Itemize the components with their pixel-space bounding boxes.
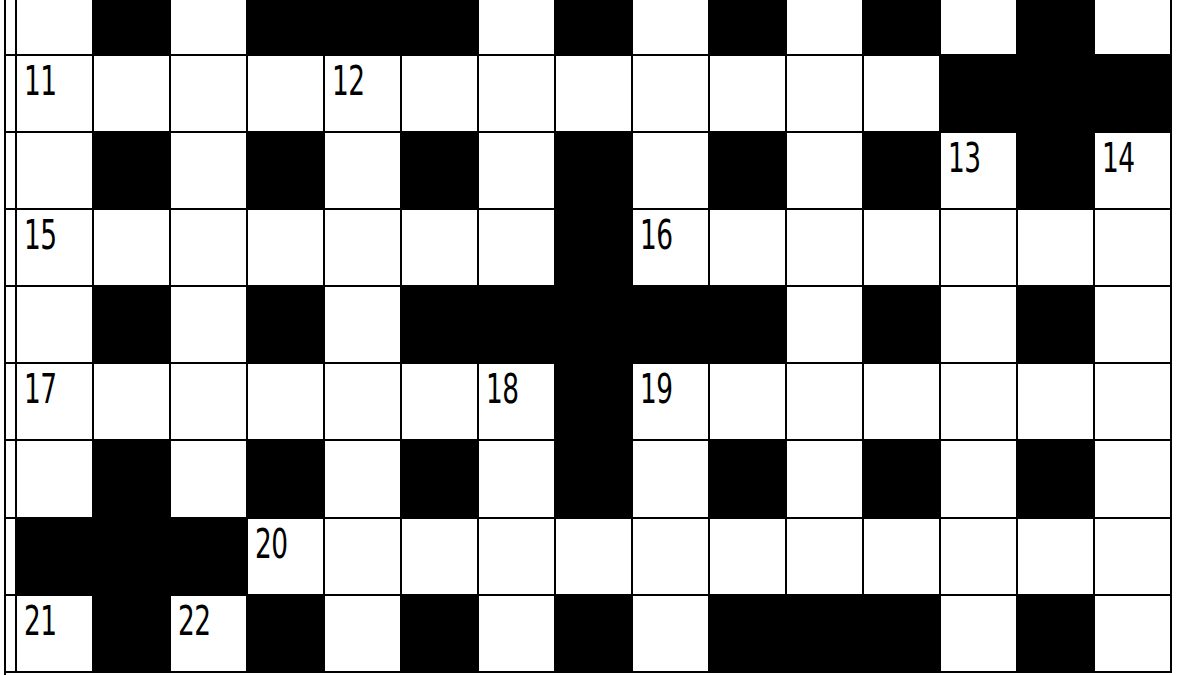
cell-r3c12-black (864, 133, 939, 208)
cell-r4c10-white[interactable] (710, 210, 785, 285)
cell-r2c10-white[interactable] (710, 56, 785, 131)
cell-r1c8-black (556, 0, 631, 54)
cell-r9c1-white[interactable]: 21 (17, 596, 92, 671)
cell-r2c11-white[interactable] (787, 56, 862, 131)
cell-r5c6-black (402, 287, 477, 362)
clue-number-15: 15 (24, 215, 56, 255)
cell-r4c14-white[interactable] (1018, 210, 1093, 285)
cell-r1c5-black (325, 0, 400, 54)
cell-r6c14-white[interactable] (1018, 364, 1093, 439)
clue-number-22: 22 (178, 601, 210, 641)
cell-r6c4-white[interactable] (248, 364, 323, 439)
cell-r9c14-black (1018, 596, 1093, 671)
cell-r8c2-black (94, 519, 169, 594)
cell-r2c4-white[interactable] (248, 56, 323, 131)
cell-r7c11-white[interactable] (787, 441, 862, 516)
clue-number-16: 16 (640, 215, 672, 255)
cell-r9c9-white[interactable] (633, 596, 708, 671)
cell-r2c9-white[interactable] (633, 56, 708, 131)
cell-r9c7-white[interactable] (479, 596, 554, 671)
cell-r7c2-black (94, 441, 169, 516)
cell-r6c13-white[interactable] (941, 364, 1016, 439)
clue-number-20: 20 (255, 524, 287, 564)
cell-r2c2-white[interactable] (94, 56, 169, 131)
cell-r8c10-white[interactable] (710, 519, 785, 594)
cell-r3c4-black (248, 133, 323, 208)
cell-r8c5-white[interactable] (325, 519, 400, 594)
cell-r5c2-black (94, 287, 169, 362)
cell-r6c10-white[interactable] (710, 364, 785, 439)
cell-r1c6-black (402, 0, 477, 54)
cell-r4c15-white[interactable] (1095, 210, 1170, 285)
cell-r4c4-white[interactable] (248, 210, 323, 285)
cell-r1c4-black (248, 0, 323, 54)
cell-r9c15-white[interactable] (1095, 596, 1170, 671)
cell-r9c6-black (402, 596, 477, 671)
cell-r1c15-white[interactable] (1095, 0, 1170, 54)
cell-r8c7-white[interactable] (479, 519, 554, 594)
cell-r5c1-white[interactable] (17, 287, 92, 362)
cell-r8c6-white[interactable] (402, 519, 477, 594)
cell-r9c13-white[interactable] (941, 596, 1016, 671)
cell-r2c3-white[interactable] (171, 56, 246, 131)
cell-r4c12-white[interactable] (864, 210, 939, 285)
cell-r1c14-black (1018, 0, 1093, 54)
cell-r8c12-white[interactable] (864, 519, 939, 594)
cell-r3c3-white[interactable] (171, 133, 246, 208)
cell-r9c10-black (710, 596, 785, 671)
clue-number-17: 17 (24, 369, 56, 409)
cell-r3c2-black (94, 133, 169, 208)
cell-r7c3-white[interactable] (171, 441, 246, 516)
cell-r5c14-black (1018, 287, 1093, 362)
cell-r4c8-black (556, 210, 631, 285)
cell-r6c3-white[interactable] (171, 364, 246, 439)
cell-r5c12-black (864, 287, 939, 362)
cell-r5c10-black (710, 287, 785, 362)
cell-r2c15-black (1095, 56, 1170, 131)
left-frame-line (4, 0, 6, 675)
cell-r9c5-white[interactable] (325, 596, 400, 671)
cell-r7c7-white[interactable] (479, 441, 554, 516)
clue-number-14: 14 (1102, 138, 1134, 178)
cell-r2c7-white[interactable] (479, 56, 554, 131)
clue-number-12: 12 (332, 61, 364, 101)
cell-r7c1-white[interactable] (17, 441, 92, 516)
cell-r3c5-white[interactable] (325, 133, 400, 208)
cell-r9c11-black (787, 596, 862, 671)
cell-r9c2-black (94, 596, 169, 671)
cell-r6c9-white[interactable]: 19 (633, 364, 708, 439)
cell-r1c3-white[interactable] (171, 0, 246, 54)
cell-r8c9-white[interactable] (633, 519, 708, 594)
cell-r7c14-black (1018, 441, 1093, 516)
cell-r2c12-white[interactable] (864, 56, 939, 131)
cell-r9c3-white[interactable]: 22 (171, 596, 246, 671)
cell-r2c5-white[interactable]: 12 (325, 56, 400, 131)
cell-r5c7-black (479, 287, 554, 362)
cell-r3c15-white[interactable]: 14 (1095, 133, 1170, 208)
cell-r7c4-black (248, 441, 323, 516)
cell-r1c12-black (864, 0, 939, 54)
cell-r3c7-white[interactable] (479, 133, 554, 208)
cell-r7c10-black (710, 441, 785, 516)
cell-r6c6-white[interactable] (402, 364, 477, 439)
cell-r1c2-black (94, 0, 169, 54)
cell-r8c3-black (171, 519, 246, 594)
cell-r7c9-white[interactable] (633, 441, 708, 516)
cell-r3c1-white[interactable] (17, 133, 92, 208)
cell-r2c6-white[interactable] (402, 56, 477, 131)
cell-r2c8-white[interactable] (556, 56, 631, 131)
cell-r3c14-black (1018, 133, 1093, 208)
cell-r3c6-black (402, 133, 477, 208)
cell-r4c3-white[interactable] (171, 210, 246, 285)
cell-r8c1-black (17, 519, 92, 594)
cell-r2c14-black (1018, 56, 1093, 131)
cell-r3c8-black (556, 133, 631, 208)
clue-number-18: 18 (486, 369, 518, 409)
clue-number-11: 11 (24, 61, 56, 101)
cell-r5c5-white[interactable] (325, 287, 400, 362)
cell-r2c1-white[interactable]: 11 (17, 56, 92, 131)
cell-r6c8-black (556, 364, 631, 439)
clue-number-21: 21 (24, 601, 56, 641)
cell-r5c4-black (248, 287, 323, 362)
cell-r3c10-black (710, 133, 785, 208)
cell-r1c10-black (710, 0, 785, 54)
cell-r5c8-black (556, 287, 631, 362)
cell-r8c4-white[interactable]: 20 (248, 519, 323, 594)
cell-r3c9-white[interactable] (633, 133, 708, 208)
cell-r2c13-black (941, 56, 1016, 131)
cell-r4c1-white[interactable]: 15 (17, 210, 92, 285)
cell-r6c12-white[interactable] (864, 364, 939, 439)
cell-r9c8-black (556, 596, 631, 671)
cell-r5c3-white[interactable] (171, 287, 246, 362)
cell-r1c9-white[interactable] (633, 0, 708, 54)
cell-r8c8-white[interactable] (556, 519, 631, 594)
cell-r6c15-white[interactable] (1095, 364, 1170, 439)
cell-r7c6-black (402, 441, 477, 516)
cell-r1c1-white[interactable] (17, 0, 92, 54)
cell-r7c13-white[interactable] (941, 441, 1016, 516)
cell-r7c8-black (556, 441, 631, 516)
cell-r8c15-white[interactable] (1095, 519, 1170, 594)
cell-r4c11-white[interactable] (787, 210, 862, 285)
cell-r9c12-black (864, 596, 939, 671)
crossword-canvas: 111213141516171819202122 (0, 0, 1200, 675)
cell-r9c4-black (248, 596, 323, 671)
cell-r4c7-white[interactable] (479, 210, 554, 285)
cell-r1c13-white[interactable] (941, 0, 1016, 54)
cell-r5c15-white[interactable] (1095, 287, 1170, 362)
cell-r5c11-white[interactable] (787, 287, 862, 362)
crossword-grid: 111213141516171819202122 (15, 0, 1172, 673)
cell-r4c5-white[interactable] (325, 210, 400, 285)
cell-r7c5-white[interactable] (325, 441, 400, 516)
cell-r7c12-black (864, 441, 939, 516)
cell-r7c15-white[interactable] (1095, 441, 1170, 516)
cell-r4c9-white[interactable]: 16 (633, 210, 708, 285)
cell-r8c13-white[interactable] (941, 519, 1016, 594)
cell-r3c11-white[interactable] (787, 133, 862, 208)
cell-r6c2-white[interactable] (94, 364, 169, 439)
cell-r4c2-white[interactable] (94, 210, 169, 285)
cell-r8c14-white[interactable] (1018, 519, 1093, 594)
clue-number-19: 19 (640, 369, 672, 409)
cell-r6c11-white[interactable] (787, 364, 862, 439)
cell-r5c9-black (633, 287, 708, 362)
cell-r4c6-white[interactable] (402, 210, 477, 285)
cell-r4c13-white[interactable] (941, 210, 1016, 285)
cell-r6c5-white[interactable] (325, 364, 400, 439)
cell-r5c13-white[interactable] (941, 287, 1016, 362)
cell-r8c11-white[interactable] (787, 519, 862, 594)
cell-r1c11-white[interactable] (787, 0, 862, 54)
cell-r6c7-white[interactable]: 18 (479, 364, 554, 439)
cell-r3c13-white[interactable]: 13 (941, 133, 1016, 208)
clue-number-13: 13 (948, 138, 980, 178)
cell-r1c7-white[interactable] (479, 0, 554, 54)
cell-r6c1-white[interactable]: 17 (17, 364, 92, 439)
